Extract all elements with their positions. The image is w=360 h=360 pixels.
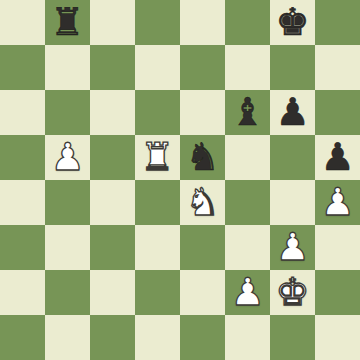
square-f7[interactable] xyxy=(225,45,270,90)
square-c6[interactable] xyxy=(90,90,135,135)
square-a6[interactable] xyxy=(0,90,45,135)
square-d8[interactable] xyxy=(135,0,180,45)
square-a5[interactable] xyxy=(0,135,45,180)
square-a4[interactable] xyxy=(0,180,45,225)
square-b3[interactable] xyxy=(45,225,90,270)
square-d7[interactable] xyxy=(135,45,180,90)
square-c8[interactable] xyxy=(90,0,135,45)
black-knight[interactable]: ♞ xyxy=(185,135,219,180)
square-a2[interactable] xyxy=(0,270,45,315)
square-c4[interactable] xyxy=(90,180,135,225)
square-f5[interactable] xyxy=(225,135,270,180)
square-e5[interactable]: ♞ xyxy=(180,135,225,180)
square-h2[interactable] xyxy=(315,270,360,315)
square-g6[interactable]: ♟ xyxy=(270,90,315,135)
square-d5[interactable]: ♜ xyxy=(135,135,180,180)
square-b8[interactable]: ♜ xyxy=(45,0,90,45)
white-rook[interactable]: ♜ xyxy=(140,135,174,180)
square-b5[interactable]: ♟ xyxy=(45,135,90,180)
black-king[interactable]: ♚ xyxy=(275,0,309,45)
square-c7[interactable] xyxy=(90,45,135,90)
square-g8[interactable]: ♚ xyxy=(270,0,315,45)
black-rook[interactable]: ♜ xyxy=(50,0,84,45)
black-pawn[interactable]: ♟ xyxy=(275,90,309,135)
square-h6[interactable] xyxy=(315,90,360,135)
square-c5[interactable] xyxy=(90,135,135,180)
square-e4[interactable]: ♞ xyxy=(180,180,225,225)
square-h5[interactable]: ♟ xyxy=(315,135,360,180)
white-pawn[interactable]: ♟ xyxy=(320,180,354,225)
white-king[interactable]: ♚ xyxy=(275,270,309,315)
square-g4[interactable] xyxy=(270,180,315,225)
square-b2[interactable] xyxy=(45,270,90,315)
square-g1[interactable] xyxy=(270,315,315,360)
square-e8[interactable] xyxy=(180,0,225,45)
square-a8[interactable] xyxy=(0,0,45,45)
square-e6[interactable] xyxy=(180,90,225,135)
square-e2[interactable] xyxy=(180,270,225,315)
square-b1[interactable] xyxy=(45,315,90,360)
square-h7[interactable] xyxy=(315,45,360,90)
square-e1[interactable] xyxy=(180,315,225,360)
square-b7[interactable] xyxy=(45,45,90,90)
white-knight[interactable]: ♞ xyxy=(185,180,219,225)
black-pawn[interactable]: ♟ xyxy=(320,135,354,180)
square-f4[interactable] xyxy=(225,180,270,225)
black-bishop[interactable]: ♝ xyxy=(230,90,264,135)
square-g5[interactable] xyxy=(270,135,315,180)
square-h3[interactable] xyxy=(315,225,360,270)
white-pawn[interactable]: ♟ xyxy=(230,270,264,315)
square-h4[interactable]: ♟ xyxy=(315,180,360,225)
square-e7[interactable] xyxy=(180,45,225,90)
square-f2[interactable]: ♟ xyxy=(225,270,270,315)
square-c2[interactable] xyxy=(90,270,135,315)
square-d6[interactable] xyxy=(135,90,180,135)
square-g2[interactable]: ♚ xyxy=(270,270,315,315)
chess-board: ♜♚♝♟♟♜♞♟♞♟♟♟♚ xyxy=(0,0,360,360)
square-f8[interactable] xyxy=(225,0,270,45)
square-c3[interactable] xyxy=(90,225,135,270)
square-h1[interactable] xyxy=(315,315,360,360)
square-f6[interactable]: ♝ xyxy=(225,90,270,135)
square-c1[interactable] xyxy=(90,315,135,360)
square-g7[interactable] xyxy=(270,45,315,90)
square-a1[interactable] xyxy=(0,315,45,360)
square-b6[interactable] xyxy=(45,90,90,135)
square-e3[interactable] xyxy=(180,225,225,270)
square-d1[interactable] xyxy=(135,315,180,360)
square-f3[interactable] xyxy=(225,225,270,270)
square-h8[interactable] xyxy=(315,0,360,45)
square-d2[interactable] xyxy=(135,270,180,315)
square-f1[interactable] xyxy=(225,315,270,360)
white-pawn[interactable]: ♟ xyxy=(275,225,309,270)
square-a3[interactable] xyxy=(0,225,45,270)
white-pawn[interactable]: ♟ xyxy=(50,135,84,180)
square-g3[interactable]: ♟ xyxy=(270,225,315,270)
square-d3[interactable] xyxy=(135,225,180,270)
square-b4[interactable] xyxy=(45,180,90,225)
square-a7[interactable] xyxy=(0,45,45,90)
square-d4[interactable] xyxy=(135,180,180,225)
